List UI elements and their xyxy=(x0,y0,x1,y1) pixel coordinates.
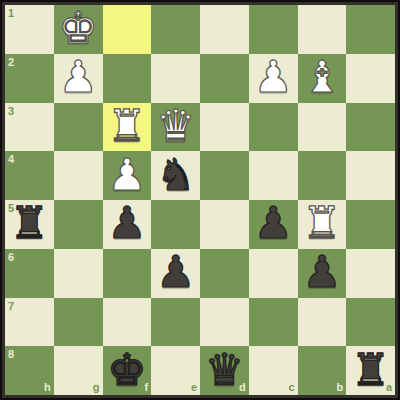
square-h3[interactable]: 3 xyxy=(5,103,54,152)
square-h1[interactable]: 1 xyxy=(5,5,54,54)
square-c8[interactable]: c xyxy=(249,346,298,395)
square-f4[interactable]: ♟ xyxy=(103,151,152,200)
square-e6[interactable]: ♟ xyxy=(151,249,200,298)
white-bishop: ♝ xyxy=(302,55,341,99)
rank-label-2: 2 xyxy=(8,57,14,68)
file-label-f: f xyxy=(145,382,149,393)
square-g5[interactable] xyxy=(54,200,103,249)
square-d2[interactable] xyxy=(200,54,249,103)
black-king: ♚ xyxy=(107,348,146,392)
square-d8[interactable]: d♛ xyxy=(200,346,249,395)
white-pawn: ♟ xyxy=(253,55,292,99)
rank-label-7: 7 xyxy=(8,301,14,312)
white-king: ♚ xyxy=(58,6,97,50)
black-pawn: ♟ xyxy=(156,250,195,294)
square-a5[interactable] xyxy=(346,200,395,249)
square-b7[interactable] xyxy=(298,298,347,347)
file-label-c: c xyxy=(288,382,294,393)
square-d7[interactable] xyxy=(200,298,249,347)
square-a1[interactable] xyxy=(346,5,395,54)
square-h2[interactable]: 2 xyxy=(5,54,54,103)
board-frame: 1♚2♟♟♝3♜♛4♟♞5♜♟♟♜6♟♟78hgf♚ed♛cba♜ xyxy=(0,0,400,400)
square-f5[interactable]: ♟ xyxy=(103,200,152,249)
rank-label-3: 3 xyxy=(8,106,14,117)
black-rook: ♜ xyxy=(351,348,390,392)
square-c1[interactable] xyxy=(249,5,298,54)
square-c6[interactable] xyxy=(249,249,298,298)
square-b6[interactable]: ♟ xyxy=(298,249,347,298)
square-c3[interactable] xyxy=(249,103,298,152)
square-f7[interactable] xyxy=(103,298,152,347)
rank-label-4: 4 xyxy=(8,154,14,165)
square-d6[interactable] xyxy=(200,249,249,298)
square-e8[interactable]: e xyxy=(151,346,200,395)
black-pawn: ♟ xyxy=(107,201,146,245)
square-d1[interactable] xyxy=(200,5,249,54)
square-e7[interactable] xyxy=(151,298,200,347)
square-d3[interactable] xyxy=(200,103,249,152)
square-f6[interactable] xyxy=(103,249,152,298)
square-b1[interactable] xyxy=(298,5,347,54)
square-h4[interactable]: 4 xyxy=(5,151,54,200)
file-label-b: b xyxy=(337,382,344,393)
file-label-a: a xyxy=(386,382,392,393)
black-queen: ♛ xyxy=(205,348,244,392)
rank-label-5: 5 xyxy=(8,203,14,214)
square-e4[interactable]: ♞ xyxy=(151,151,200,200)
square-e3[interactable]: ♛ xyxy=(151,103,200,152)
square-a6[interactable] xyxy=(346,249,395,298)
square-g4[interactable] xyxy=(54,151,103,200)
square-c4[interactable] xyxy=(249,151,298,200)
rank-label-6: 6 xyxy=(8,252,14,263)
square-d5[interactable] xyxy=(200,200,249,249)
square-e5[interactable] xyxy=(151,200,200,249)
square-g8[interactable]: g xyxy=(54,346,103,395)
file-label-e: e xyxy=(191,382,197,393)
square-h6[interactable]: 6 xyxy=(5,249,54,298)
square-a7[interactable] xyxy=(346,298,395,347)
square-c7[interactable] xyxy=(249,298,298,347)
black-pawn: ♟ xyxy=(253,201,292,245)
square-e2[interactable] xyxy=(151,54,200,103)
chess-board: 1♚2♟♟♝3♜♛4♟♞5♜♟♟♜6♟♟78hgf♚ed♛cba♜ xyxy=(5,5,395,395)
white-queen: ♛ xyxy=(156,104,195,148)
white-rook: ♜ xyxy=(302,201,341,245)
rank-label-8: 8 xyxy=(8,349,14,360)
square-h7[interactable]: 7 xyxy=(5,298,54,347)
square-h5[interactable]: 5♜ xyxy=(5,200,54,249)
file-label-g: g xyxy=(93,382,100,393)
square-f8[interactable]: f♚ xyxy=(103,346,152,395)
square-e1[interactable] xyxy=(151,5,200,54)
square-g3[interactable] xyxy=(54,103,103,152)
square-b5[interactable]: ♜ xyxy=(298,200,347,249)
square-g7[interactable] xyxy=(54,298,103,347)
square-b8[interactable]: b xyxy=(298,346,347,395)
square-f1[interactable] xyxy=(103,5,152,54)
square-b3[interactable] xyxy=(298,103,347,152)
square-h8[interactable]: 8h xyxy=(5,346,54,395)
white-pawn: ♟ xyxy=(58,55,97,99)
square-b4[interactable] xyxy=(298,151,347,200)
square-g1[interactable]: ♚ xyxy=(54,5,103,54)
square-a8[interactable]: a♜ xyxy=(346,346,395,395)
white-pawn: ♟ xyxy=(107,153,146,197)
black-knight: ♞ xyxy=(156,153,195,197)
square-a4[interactable] xyxy=(346,151,395,200)
black-rook: ♜ xyxy=(10,201,49,245)
square-g2[interactable]: ♟ xyxy=(54,54,103,103)
square-g6[interactable] xyxy=(54,249,103,298)
square-c2[interactable]: ♟ xyxy=(249,54,298,103)
square-a2[interactable] xyxy=(346,54,395,103)
file-label-h: h xyxy=(44,382,51,393)
square-d4[interactable] xyxy=(200,151,249,200)
square-f2[interactable] xyxy=(103,54,152,103)
square-a3[interactable] xyxy=(346,103,395,152)
square-c5[interactable]: ♟ xyxy=(249,200,298,249)
file-label-d: d xyxy=(239,382,246,393)
black-pawn: ♟ xyxy=(302,250,341,294)
square-f3[interactable]: ♜ xyxy=(103,103,152,152)
white-rook: ♜ xyxy=(107,104,146,148)
rank-label-1: 1 xyxy=(8,8,14,19)
square-b2[interactable]: ♝ xyxy=(298,54,347,103)
